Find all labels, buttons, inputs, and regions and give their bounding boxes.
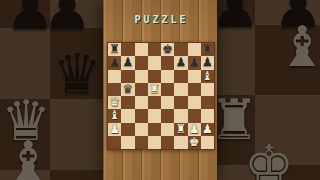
square-e1[interactable] (161, 136, 174, 149)
background-white-bishop: ♝ (274, 19, 320, 75)
square-h3[interactable] (201, 109, 214, 122)
black-queen: ♛ (121, 83, 134, 96)
square-d1[interactable] (148, 136, 161, 149)
square-c5[interactable] (135, 83, 148, 96)
square-b2[interactable] (121, 123, 134, 136)
square-c1[interactable] (135, 136, 148, 149)
square-d7[interactable] (148, 56, 161, 69)
square-h8[interactable]: ♜ (201, 43, 214, 56)
puzzle-title: PUZZLE (103, 14, 217, 25)
white-rook: ♜ (148, 83, 161, 96)
square-f1[interactable] (174, 136, 187, 149)
square-d4[interactable] (148, 96, 161, 109)
square-h4[interactable] (201, 96, 214, 109)
square-g8[interactable] (188, 43, 201, 56)
background-black-pawn: ♟ (39, 0, 95, 38)
background-white-king: ♚ (241, 138, 297, 180)
square-e3[interactable] (161, 109, 174, 122)
square-b7[interactable]: ♟ (121, 56, 134, 69)
white-rook: ♜ (174, 123, 187, 136)
black-pawn: ♟ (108, 56, 121, 69)
background-board-left: ♟♟♛♛♝ (0, 0, 103, 180)
black-pawn: ♟ (174, 56, 187, 69)
square-e7[interactable] (161, 56, 174, 69)
square-b4[interactable] (121, 96, 134, 109)
square-c3[interactable] (135, 109, 148, 122)
square-g5[interactable] (188, 83, 201, 96)
video-frame: ♟♟♛♛♝ ♟♟♝♜♚ PUZZLE ♜♚♜♟♟♟♟♟♝♛♜♛♝♟♜♟♟♚ (0, 0, 320, 180)
square-d5[interactable]: ♜ (148, 83, 161, 96)
square-f8[interactable] (174, 43, 187, 56)
white-bishop: ♝ (201, 70, 214, 83)
background-black-queen: ♛ (49, 46, 103, 102)
square-a3[interactable]: ♝ (108, 109, 121, 122)
square-d3[interactable] (148, 109, 161, 122)
white-pawn: ♟ (108, 123, 121, 136)
square-a6[interactable] (108, 70, 121, 83)
square-b3[interactable] (121, 109, 134, 122)
square-a7[interactable]: ♟ (108, 56, 121, 69)
square-e2[interactable] (161, 123, 174, 136)
square-a4[interactable]: ♛ (108, 96, 121, 109)
square-d8[interactable] (148, 43, 161, 56)
square-h6[interactable]: ♝ (201, 70, 214, 83)
square-g6[interactable] (188, 70, 201, 83)
square-b5[interactable]: ♛ (121, 83, 134, 96)
square-a1[interactable] (108, 136, 121, 149)
square-g3[interactable] (188, 109, 201, 122)
square-f4[interactable] (174, 96, 187, 109)
square-g4[interactable] (188, 96, 201, 109)
black-rook: ♜ (108, 43, 121, 56)
background-white-bishop: ♝ (0, 134, 56, 180)
square-h5[interactable] (201, 83, 214, 96)
square-c7[interactable] (135, 56, 148, 69)
square-e5[interactable] (161, 83, 174, 96)
square-f3[interactable] (174, 109, 187, 122)
white-pawn: ♟ (188, 123, 201, 136)
square-c2[interactable] (135, 123, 148, 136)
white-bishop: ♝ (108, 109, 121, 122)
white-queen: ♛ (108, 96, 121, 109)
black-pawn: ♟ (201, 56, 214, 69)
square-e6[interactable] (161, 70, 174, 83)
square-g1[interactable]: ♚ (188, 136, 201, 149)
black-king: ♚ (161, 43, 174, 56)
black-pawn: ♟ (121, 56, 134, 69)
square-e4[interactable] (161, 96, 174, 109)
square-f6[interactable] (174, 70, 187, 83)
black-pawn: ♟ (188, 56, 201, 69)
square-b6[interactable] (121, 70, 134, 83)
square-e8[interactable]: ♚ (161, 43, 174, 56)
black-rook: ♜ (201, 43, 214, 56)
square-f7[interactable]: ♟ (174, 56, 187, 69)
square-d6[interactable] (148, 70, 161, 83)
square-d2[interactable] (148, 123, 161, 136)
square-h2[interactable]: ♟ (201, 123, 214, 136)
white-king: ♚ (188, 136, 201, 149)
square-b8[interactable] (121, 43, 134, 56)
background-black-pawn: ♟ (217, 0, 263, 36)
square-c8[interactable] (135, 43, 148, 56)
white-pawn: ♟ (201, 123, 214, 136)
square-f2[interactable]: ♜ (174, 123, 187, 136)
square-g7[interactable]: ♟ (188, 56, 201, 69)
square-h1[interactable] (201, 136, 214, 149)
background-board-right: ♟♟♝♜♚ (217, 0, 320, 180)
center-panel: PUZZLE ♜♚♜♟♟♟♟♟♝♛♜♛♝♟♜♟♟♚ (103, 0, 217, 180)
chess-board: ♜♚♜♟♟♟♟♟♝♛♜♛♝♟♜♟♟♚ (107, 42, 215, 150)
square-f5[interactable] (174, 83, 187, 96)
square-g2[interactable]: ♟ (188, 123, 201, 136)
square-c4[interactable] (135, 96, 148, 109)
square-a5[interactable] (108, 83, 121, 96)
square-a8[interactable]: ♜ (108, 43, 121, 56)
square-a2[interactable]: ♟ (108, 123, 121, 136)
square-h7[interactable]: ♟ (201, 56, 214, 69)
square-c6[interactable] (135, 70, 148, 83)
square-b1[interactable] (121, 136, 134, 149)
